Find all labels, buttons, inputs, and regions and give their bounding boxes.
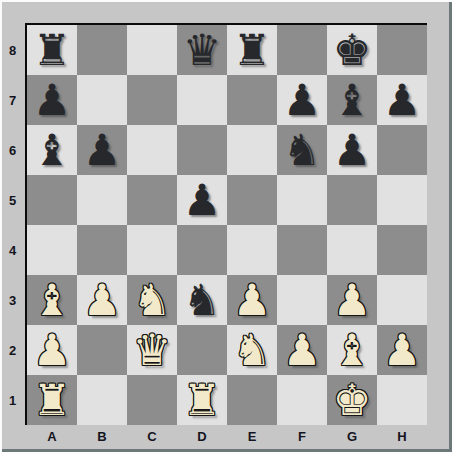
square-e1[interactable] [227,375,277,425]
square-g3[interactable]: ♟ [327,275,377,325]
square-a6[interactable]: ♝ [27,125,77,175]
square-b2[interactable] [77,325,127,375]
piece-black-pawn[interactable]: ♟ [333,125,372,175]
square-f8[interactable] [277,25,327,75]
square-d7[interactable] [177,75,227,125]
square-b4[interactable] [77,225,127,275]
square-c5[interactable] [127,175,177,225]
square-b8[interactable] [77,25,127,75]
square-g4[interactable] [327,225,377,275]
square-c1[interactable] [127,375,177,425]
piece-black-knight[interactable]: ♞ [283,125,322,175]
piece-black-queen[interactable]: ♛ [183,25,222,75]
square-h1[interactable] [377,375,427,425]
square-e7[interactable] [227,75,277,125]
square-c6[interactable] [127,125,177,175]
square-c2[interactable]: ♛ [127,325,177,375]
square-g1[interactable]: ♚ [327,375,377,425]
square-a2[interactable]: ♟ [27,325,77,375]
file-label-a: A [27,425,77,447]
file-label-d: D [177,425,227,447]
square-a5[interactable] [27,175,77,225]
square-f5[interactable] [277,175,327,225]
chess-diagram-frame: 87654321 ♜♛♜♚♟♟♝♟♝♟♞♟♟♝♟♞♞♟♟♟♛♞♟♝♟♜♜♚ AB… [0,0,452,452]
file-label-c: C [127,425,177,447]
piece-black-pawn[interactable]: ♟ [33,75,72,125]
file-label-g: G [327,425,377,447]
piece-black-king[interactable]: ♚ [333,25,372,75]
file-label-e: E [227,425,277,447]
square-d8[interactable]: ♛ [177,25,227,75]
square-h6[interactable] [377,125,427,175]
file-label-h: H [377,425,427,447]
rank-label-2: 2 [0,325,25,375]
square-b6[interactable]: ♟ [77,125,127,175]
square-b3[interactable]: ♟ [77,275,127,325]
piece-white-pawn[interactable]: ♟ [333,275,372,325]
square-c4[interactable] [127,225,177,275]
piece-white-pawn[interactable]: ♟ [283,325,322,375]
square-d5[interactable]: ♟ [177,175,227,225]
square-b5[interactable] [77,175,127,225]
piece-black-pawn[interactable]: ♟ [383,75,422,125]
square-h2[interactable]: ♟ [377,325,427,375]
square-h7[interactable]: ♟ [377,75,427,125]
square-b7[interactable] [77,75,127,125]
rank-label-4: 4 [0,225,25,275]
rank-label-6: 6 [0,125,25,175]
piece-white-knight[interactable]: ♞ [133,275,172,325]
piece-black-bishop[interactable]: ♝ [333,75,372,125]
square-f4[interactable] [277,225,327,275]
piece-black-rook[interactable]: ♜ [233,25,272,75]
square-a1[interactable]: ♜ [27,375,77,425]
piece-black-rook[interactable]: ♜ [33,25,72,75]
piece-white-king[interactable]: ♚ [333,375,372,425]
square-a7[interactable]: ♟ [27,75,77,125]
piece-white-bishop[interactable]: ♝ [33,275,72,325]
square-g7[interactable]: ♝ [327,75,377,125]
square-g6[interactable]: ♟ [327,125,377,175]
square-d2[interactable] [177,325,227,375]
square-h3[interactable] [377,275,427,325]
rank-label-7: 7 [0,75,25,125]
square-b1[interactable] [77,375,127,425]
square-e5[interactable] [227,175,277,225]
piece-black-knight[interactable]: ♞ [183,275,222,325]
square-g8[interactable]: ♚ [327,25,377,75]
file-labels: ABCDEFGH [27,425,427,447]
square-e6[interactable] [227,125,277,175]
square-d1[interactable]: ♜ [177,375,227,425]
piece-white-pawn[interactable]: ♟ [33,325,72,375]
piece-white-pawn[interactable]: ♟ [233,275,272,325]
piece-black-pawn[interactable]: ♟ [183,175,222,225]
square-f1[interactable] [277,375,327,425]
square-c7[interactable] [127,75,177,125]
square-e4[interactable] [227,225,277,275]
piece-black-pawn[interactable]: ♟ [83,125,122,175]
square-f3[interactable] [277,275,327,325]
piece-white-rook[interactable]: ♜ [183,375,222,425]
square-a4[interactable] [27,225,77,275]
square-a8[interactable]: ♜ [27,25,77,75]
rank-label-8: 8 [0,25,25,75]
piece-white-queen[interactable]: ♛ [133,325,172,375]
piece-white-pawn[interactable]: ♟ [383,325,422,375]
piece-white-pawn[interactable]: ♟ [83,275,122,325]
square-c8[interactable] [127,25,177,75]
square-g2[interactable]: ♝ [327,325,377,375]
square-f2[interactable]: ♟ [277,325,327,375]
file-label-b: B [77,425,127,447]
square-c3[interactable]: ♞ [127,275,177,325]
piece-white-rook[interactable]: ♜ [33,375,72,425]
square-h5[interactable] [377,175,427,225]
square-h4[interactable] [377,225,427,275]
square-h8[interactable] [377,25,427,75]
piece-white-bishop[interactable]: ♝ [333,325,372,375]
square-e8[interactable]: ♜ [227,25,277,75]
piece-black-pawn[interactable]: ♟ [283,75,322,125]
square-e2[interactable]: ♞ [227,325,277,375]
square-f6[interactable]: ♞ [277,125,327,175]
square-d3[interactable]: ♞ [177,275,227,325]
chess-board: ♜♛♜♚♟♟♝♟♝♟♞♟♟♝♟♞♞♟♟♟♛♞♟♝♟♜♜♚ [25,23,427,425]
square-e3[interactable]: ♟ [227,275,277,325]
rank-label-3: 3 [0,275,25,325]
square-g5[interactable] [327,175,377,225]
file-label-f: F [277,425,327,447]
rank-labels: 87654321 [0,25,25,425]
square-a3[interactable]: ♝ [27,275,77,325]
rank-label-1: 1 [0,375,25,425]
square-d6[interactable] [177,125,227,175]
rank-label-5: 5 [0,175,25,225]
piece-black-bishop[interactable]: ♝ [33,125,72,175]
square-f7[interactable]: ♟ [277,75,327,125]
piece-white-knight[interactable]: ♞ [233,325,272,375]
square-d4[interactable] [177,225,227,275]
